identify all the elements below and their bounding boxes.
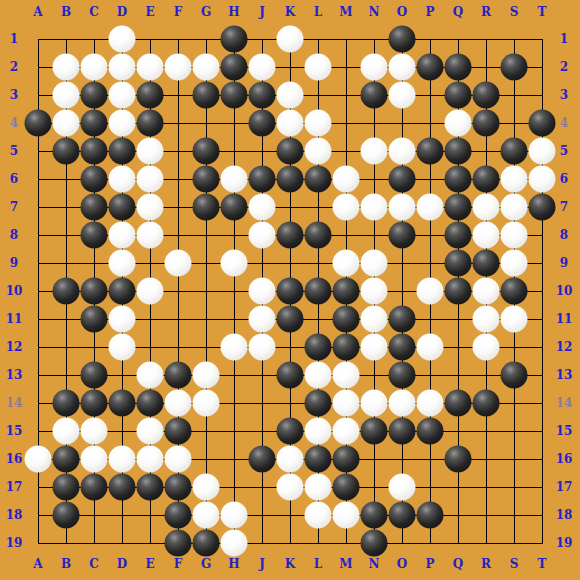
row-label-left-8: 8 <box>1 227 27 243</box>
stone-black-J3 <box>249 82 276 109</box>
row-label-left-16: 16 <box>1 451 27 467</box>
stone-white-O14 <box>389 390 416 417</box>
stone-white-H18 <box>221 502 248 529</box>
stone-white-J11 <box>249 306 276 333</box>
stone-white-M7 <box>333 194 360 221</box>
stone-black-R6 <box>473 166 500 193</box>
row-label-right-2: 2 <box>551 59 577 75</box>
stone-white-F9 <box>165 250 192 277</box>
go-board: AABBCCDDEEFFGGHHJJKKLLMMNNOOPPQQRRSSTT11… <box>0 0 580 580</box>
stone-white-C16 <box>81 446 108 473</box>
stone-white-N14 <box>361 390 388 417</box>
stone-white-B3 <box>53 82 80 109</box>
row-label-left-10: 10 <box>1 283 27 299</box>
stone-black-L12 <box>305 334 332 361</box>
stone-white-K16 <box>277 446 304 473</box>
stone-white-E15 <box>137 418 164 445</box>
stone-white-K3 <box>277 82 304 109</box>
stone-black-Q2 <box>445 54 472 81</box>
stone-white-F16 <box>165 446 192 473</box>
col-label-top-L: L <box>308 4 328 20</box>
col-label-top-A: A <box>28 4 48 20</box>
stone-black-B14 <box>53 390 80 417</box>
stone-black-Q3 <box>445 82 472 109</box>
stone-black-K15 <box>277 418 304 445</box>
stone-black-L10 <box>305 278 332 305</box>
stone-black-O18 <box>389 502 416 529</box>
stone-white-J8 <box>249 222 276 249</box>
stone-white-S6 <box>501 166 528 193</box>
row-label-right-4: 4 <box>551 115 577 131</box>
stone-black-R4 <box>473 110 500 137</box>
stone-white-M13 <box>333 362 360 389</box>
stone-white-F14 <box>165 390 192 417</box>
stone-black-E14 <box>137 390 164 417</box>
stone-black-D5 <box>109 138 136 165</box>
stone-black-N18 <box>361 502 388 529</box>
stone-black-O6 <box>389 166 416 193</box>
stone-black-C6 <box>81 166 108 193</box>
stone-white-D9 <box>109 250 136 277</box>
stone-black-J16 <box>249 446 276 473</box>
stone-white-N7 <box>361 194 388 221</box>
col-label-top-D: D <box>112 4 132 20</box>
row-label-left-9: 9 <box>1 255 27 271</box>
stone-white-D1 <box>109 26 136 53</box>
row-label-right-8: 8 <box>551 227 577 243</box>
stone-black-B17 <box>53 474 80 501</box>
stone-black-O12 <box>389 334 416 361</box>
stone-white-L17 <box>305 474 332 501</box>
stone-white-L15 <box>305 418 332 445</box>
stone-black-E3 <box>137 82 164 109</box>
stone-black-G5 <box>193 138 220 165</box>
stone-black-D17 <box>109 474 136 501</box>
row-label-left-18: 18 <box>1 507 27 523</box>
stone-black-S5 <box>501 138 528 165</box>
stone-white-B15 <box>53 418 80 445</box>
stone-white-L13 <box>305 362 332 389</box>
stone-white-N2 <box>361 54 388 81</box>
col-label-top-F: F <box>168 4 188 20</box>
stone-black-C3 <box>81 82 108 109</box>
stone-black-Q16 <box>445 446 472 473</box>
stone-white-G18 <box>193 502 220 529</box>
col-label-bottom-C: C <box>84 556 104 572</box>
goban-grid[interactable] <box>38 39 543 544</box>
stone-white-L18 <box>305 502 332 529</box>
stone-white-M9 <box>333 250 360 277</box>
stone-white-B4 <box>53 110 80 137</box>
stone-black-F13 <box>165 362 192 389</box>
row-label-left-4: 4 <box>1 115 27 131</box>
stone-black-C10 <box>81 278 108 305</box>
stone-black-Q7 <box>445 194 472 221</box>
stone-white-D4 <box>109 110 136 137</box>
row-label-left-5: 5 <box>1 143 27 159</box>
row-label-left-6: 6 <box>1 171 27 187</box>
stone-white-J10 <box>249 278 276 305</box>
stone-black-K5 <box>277 138 304 165</box>
row-label-left-11: 11 <box>1 311 27 327</box>
row-label-right-18: 18 <box>551 507 577 523</box>
row-label-right-7: 7 <box>551 199 577 215</box>
stone-black-C7 <box>81 194 108 221</box>
stone-white-D12 <box>109 334 136 361</box>
stone-black-Q8 <box>445 222 472 249</box>
stone-white-B2 <box>53 54 80 81</box>
col-label-top-B: B <box>56 4 76 20</box>
row-label-left-3: 3 <box>1 87 27 103</box>
stone-white-S7 <box>501 194 528 221</box>
stone-white-A16 <box>25 446 52 473</box>
stone-black-B18 <box>53 502 80 529</box>
col-label-top-O: O <box>392 4 412 20</box>
stone-white-S8 <box>501 222 528 249</box>
stone-white-O5 <box>389 138 416 165</box>
col-label-top-J: J <box>252 4 272 20</box>
stone-white-J7 <box>249 194 276 221</box>
row-label-right-11: 11 <box>551 311 577 327</box>
stone-white-O7 <box>389 194 416 221</box>
stone-white-N9 <box>361 250 388 277</box>
row-label-right-10: 10 <box>551 283 577 299</box>
stone-black-M11 <box>333 306 360 333</box>
stone-white-N10 <box>361 278 388 305</box>
stone-white-J12 <box>249 334 276 361</box>
stone-white-H12 <box>221 334 248 361</box>
stone-black-N3 <box>361 82 388 109</box>
stone-white-Q4 <box>445 110 472 137</box>
stone-black-C8 <box>81 222 108 249</box>
stone-black-Q5 <box>445 138 472 165</box>
stone-black-O8 <box>389 222 416 249</box>
stone-white-D11 <box>109 306 136 333</box>
stone-black-P15 <box>417 418 444 445</box>
stone-black-J4 <box>249 110 276 137</box>
stone-white-E7 <box>137 194 164 221</box>
row-label-left-7: 7 <box>1 199 27 215</box>
stone-white-P12 <box>417 334 444 361</box>
col-label-bottom-O: O <box>392 556 412 572</box>
stone-black-K13 <box>277 362 304 389</box>
col-label-top-N: N <box>364 4 384 20</box>
col-label-bottom-B: B <box>56 556 76 572</box>
stone-black-D10 <box>109 278 136 305</box>
col-label-bottom-L: L <box>308 556 328 572</box>
stone-white-N5 <box>361 138 388 165</box>
stone-white-L5 <box>305 138 332 165</box>
stone-black-M10 <box>333 278 360 305</box>
stone-black-R3 <box>473 82 500 109</box>
stone-white-E6 <box>137 166 164 193</box>
stone-black-Q6 <box>445 166 472 193</box>
stone-white-K1 <box>277 26 304 53</box>
stone-black-B16 <box>53 446 80 473</box>
stone-black-C5 <box>81 138 108 165</box>
col-label-bottom-E: E <box>140 556 160 572</box>
stone-white-G2 <box>193 54 220 81</box>
stone-black-C17 <box>81 474 108 501</box>
stone-black-L8 <box>305 222 332 249</box>
stone-black-E17 <box>137 474 164 501</box>
stone-white-H9 <box>221 250 248 277</box>
col-label-top-R: R <box>476 4 496 20</box>
stone-black-O13 <box>389 362 416 389</box>
stone-black-O11 <box>389 306 416 333</box>
stone-white-O2 <box>389 54 416 81</box>
stone-black-K8 <box>277 222 304 249</box>
stone-white-C2 <box>81 54 108 81</box>
stone-white-P14 <box>417 390 444 417</box>
stone-white-J2 <box>249 54 276 81</box>
stone-black-A4 <box>25 110 52 137</box>
row-label-left-2: 2 <box>1 59 27 75</box>
stone-black-G3 <box>193 82 220 109</box>
stone-black-O15 <box>389 418 416 445</box>
col-label-top-M: M <box>336 4 356 20</box>
stone-black-L16 <box>305 446 332 473</box>
col-label-bottom-H: H <box>224 556 244 572</box>
stone-black-S10 <box>501 278 528 305</box>
stone-black-C13 <box>81 362 108 389</box>
stone-black-C4 <box>81 110 108 137</box>
row-label-left-13: 13 <box>1 367 27 383</box>
stone-white-K17 <box>277 474 304 501</box>
col-label-top-S: S <box>504 4 524 20</box>
stone-black-P2 <box>417 54 444 81</box>
stone-black-J6 <box>249 166 276 193</box>
stone-white-M6 <box>333 166 360 193</box>
row-label-right-13: 13 <box>551 367 577 383</box>
stone-white-D6 <box>109 166 136 193</box>
row-label-right-3: 3 <box>551 87 577 103</box>
col-label-bottom-D: D <box>112 556 132 572</box>
stone-black-M17 <box>333 474 360 501</box>
stone-black-H7 <box>221 194 248 221</box>
col-label-bottom-P: P <box>420 556 440 572</box>
stone-white-K4 <box>277 110 304 137</box>
col-label-top-C: C <box>84 4 104 20</box>
stone-white-G13 <box>193 362 220 389</box>
stone-white-L4 <box>305 110 332 137</box>
stone-black-S2 <box>501 54 528 81</box>
stone-black-C11 <box>81 306 108 333</box>
stone-white-E13 <box>137 362 164 389</box>
stone-black-F17 <box>165 474 192 501</box>
row-label-right-19: 19 <box>551 535 577 551</box>
stone-black-L14 <box>305 390 332 417</box>
stone-white-H6 <box>221 166 248 193</box>
stone-white-D2 <box>109 54 136 81</box>
col-label-bottom-Q: Q <box>448 556 468 572</box>
stone-white-H19 <box>221 530 248 557</box>
stone-white-O17 <box>389 474 416 501</box>
col-label-top-E: E <box>140 4 160 20</box>
stone-black-D14 <box>109 390 136 417</box>
row-label-right-14: 14 <box>551 395 577 411</box>
stone-white-O3 <box>389 82 416 109</box>
stone-white-E8 <box>137 222 164 249</box>
row-label-right-16: 16 <box>551 451 577 467</box>
stone-black-K11 <box>277 306 304 333</box>
stone-white-L2 <box>305 54 332 81</box>
stone-white-E2 <box>137 54 164 81</box>
stone-black-H2 <box>221 54 248 81</box>
stone-white-R8 <box>473 222 500 249</box>
col-label-bottom-K: K <box>280 556 300 572</box>
col-label-bottom-S: S <box>504 556 524 572</box>
stone-white-N11 <box>361 306 388 333</box>
stone-black-F19 <box>165 530 192 557</box>
stone-white-S11 <box>501 306 528 333</box>
row-label-left-17: 17 <box>1 479 27 495</box>
stone-black-D7 <box>109 194 136 221</box>
row-label-right-5: 5 <box>551 143 577 159</box>
stone-white-R7 <box>473 194 500 221</box>
col-label-top-Q: Q <box>448 4 468 20</box>
stone-white-C15 <box>81 418 108 445</box>
stone-white-N12 <box>361 334 388 361</box>
col-label-bottom-N: N <box>364 556 384 572</box>
stone-white-R10 <box>473 278 500 305</box>
row-label-right-9: 9 <box>551 255 577 271</box>
stone-white-M14 <box>333 390 360 417</box>
stone-black-N15 <box>361 418 388 445</box>
stone-black-R9 <box>473 250 500 277</box>
stone-white-S9 <box>501 250 528 277</box>
stone-black-E4 <box>137 110 164 137</box>
stone-black-K10 <box>277 278 304 305</box>
stone-white-R12 <box>473 334 500 361</box>
stone-white-R11 <box>473 306 500 333</box>
stone-black-F15 <box>165 418 192 445</box>
stone-black-G6 <box>193 166 220 193</box>
stone-black-G7 <box>193 194 220 221</box>
stone-white-P7 <box>417 194 444 221</box>
stone-black-H1 <box>221 26 248 53</box>
stone-white-E10 <box>137 278 164 305</box>
stone-black-N19 <box>361 530 388 557</box>
row-label-right-15: 15 <box>551 423 577 439</box>
col-label-bottom-J: J <box>252 556 272 572</box>
stone-black-P5 <box>417 138 444 165</box>
stone-black-G19 <box>193 530 220 557</box>
col-label-bottom-A: A <box>28 556 48 572</box>
row-label-left-1: 1 <box>1 31 27 47</box>
stone-black-R14 <box>473 390 500 417</box>
stone-white-M15 <box>333 418 360 445</box>
row-label-left-14: 14 <box>1 395 27 411</box>
stone-black-O1 <box>389 26 416 53</box>
col-label-top-T: T <box>532 4 552 20</box>
col-label-bottom-M: M <box>336 556 356 572</box>
col-label-bottom-G: G <box>196 556 216 572</box>
row-label-right-6: 6 <box>551 171 577 187</box>
stone-white-F2 <box>165 54 192 81</box>
stone-white-M18 <box>333 502 360 529</box>
stone-black-L6 <box>305 166 332 193</box>
stone-white-G14 <box>193 390 220 417</box>
stone-white-P10 <box>417 278 444 305</box>
stone-black-B5 <box>53 138 80 165</box>
col-label-top-H: H <box>224 4 244 20</box>
stone-white-D16 <box>109 446 136 473</box>
stone-black-S13 <box>501 362 528 389</box>
stone-black-K6 <box>277 166 304 193</box>
row-label-right-1: 1 <box>551 31 577 47</box>
row-label-left-19: 19 <box>1 535 27 551</box>
stone-black-P18 <box>417 502 444 529</box>
col-label-bottom-T: T <box>532 556 552 572</box>
stone-white-D8 <box>109 222 136 249</box>
stone-black-B10 <box>53 278 80 305</box>
stone-black-M12 <box>333 334 360 361</box>
stone-black-M16 <box>333 446 360 473</box>
col-label-top-G: G <box>196 4 216 20</box>
stone-white-E5 <box>137 138 164 165</box>
stone-black-Q14 <box>445 390 472 417</box>
col-label-bottom-F: F <box>168 556 188 572</box>
stone-black-F18 <box>165 502 192 529</box>
row-label-left-15: 15 <box>1 423 27 439</box>
row-label-left-12: 12 <box>1 339 27 355</box>
col-label-top-P: P <box>420 4 440 20</box>
row-label-right-12: 12 <box>551 339 577 355</box>
stone-black-H3 <box>221 82 248 109</box>
row-label-right-17: 17 <box>551 479 577 495</box>
col-label-top-K: K <box>280 4 300 20</box>
stone-white-G17 <box>193 474 220 501</box>
stone-white-D3 <box>109 82 136 109</box>
col-label-bottom-R: R <box>476 556 496 572</box>
stone-black-C14 <box>81 390 108 417</box>
stone-white-E16 <box>137 446 164 473</box>
stone-black-Q10 <box>445 278 472 305</box>
stone-black-Q9 <box>445 250 472 277</box>
